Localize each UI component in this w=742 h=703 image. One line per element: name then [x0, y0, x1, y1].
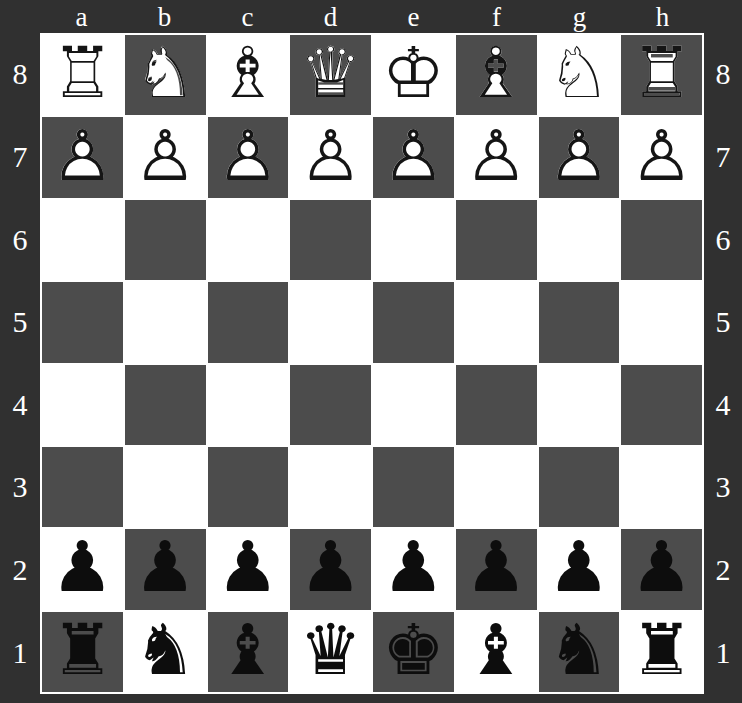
square-g6[interactable]: [539, 200, 620, 280]
square-e7[interactable]: ♟♙: [373, 117, 454, 197]
piece-white-knight: ♞♘: [539, 35, 620, 115]
square-e8[interactable]: ♚♔: [373, 35, 454, 115]
square-d5[interactable]: [290, 282, 371, 362]
square-e5[interactable]: [373, 282, 454, 362]
square-e6[interactable]: [373, 200, 454, 280]
piece-black-pawn: ♟: [125, 529, 206, 609]
piece-white-pawn: ♟♙: [290, 117, 371, 197]
piece-white-knight: ♞♘: [125, 35, 206, 115]
rank-label-left-2: 2: [0, 529, 40, 612]
square-d4[interactable]: [290, 365, 371, 445]
square-h3[interactable]: [621, 447, 702, 527]
square-a2[interactable]: ♟: [42, 529, 123, 609]
square-h4[interactable]: [621, 365, 702, 445]
file-label-e: e: [372, 0, 455, 33]
piece-black-bishop: ♝: [456, 612, 537, 692]
square-g8[interactable]: ♞♘: [539, 35, 620, 115]
chess-board: ♜♖♞♘♝♗♛♕♚♔♝♗♞♘♜♖♟♙♟♙♟♙♟♙♟♙♟♙♟♙♟♙♟♟♟♟♟♟♟♟…: [40, 33, 704, 694]
piece-black-pawn: ♟: [373, 529, 454, 609]
square-a4[interactable]: [42, 365, 123, 445]
piece-black-pawn: ♟: [208, 529, 289, 609]
piece-black-queen: ♛: [290, 612, 371, 692]
piece-white-queen: ♛♕: [290, 35, 371, 115]
piece-black-rook: ♜: [42, 612, 123, 692]
rank-label-right-5: 5: [704, 281, 742, 364]
file-label-c: c: [206, 0, 289, 33]
rank-label-right-6: 6: [704, 198, 742, 281]
rank-label-left-3: 3: [0, 446, 40, 529]
square-c6[interactable]: [208, 200, 289, 280]
piece-white-king: ♚♔: [373, 35, 454, 115]
square-f1[interactable]: ♝: [456, 612, 537, 692]
file-label-a: a: [40, 0, 123, 33]
square-a8[interactable]: ♜♖: [42, 35, 123, 115]
square-g4[interactable]: [539, 365, 620, 445]
square-b8[interactable]: ♞♘: [125, 35, 206, 115]
piece-black-knight: ♞: [539, 612, 620, 692]
file-label-d: d: [289, 0, 372, 33]
file-label-f: f: [455, 0, 538, 33]
piece-white-rook: ♜♖: [621, 35, 702, 115]
piece-white-bishop: ♝♗: [456, 35, 537, 115]
square-c1[interactable]: ♝: [208, 612, 289, 692]
square-b4[interactable]: [125, 365, 206, 445]
rank-label-left-8: 8: [0, 33, 40, 116]
square-d2[interactable]: ♟: [290, 529, 371, 609]
piece-black-pawn: ♟: [539, 529, 620, 609]
square-b1[interactable]: ♞: [125, 612, 206, 692]
square-h7[interactable]: ♟♙: [621, 117, 702, 197]
piece-black-king: ♚: [373, 612, 454, 692]
rank-labels-right: 8 7 6 5 4 3 2 1: [704, 33, 742, 694]
rank-label-right-2: 2: [704, 529, 742, 612]
square-e2[interactable]: ♟: [373, 529, 454, 609]
square-h1[interactable]: ♜: [621, 612, 702, 692]
square-h2[interactable]: ♟: [621, 529, 702, 609]
square-h6[interactable]: [621, 200, 702, 280]
square-g5[interactable]: [539, 282, 620, 362]
rank-label-right-8: 8: [704, 33, 742, 116]
rank-label-right-1: 1: [704, 611, 742, 694]
square-c5[interactable]: [208, 282, 289, 362]
rank-label-left-7: 7: [0, 116, 40, 199]
square-f7[interactable]: ♟♙: [456, 117, 537, 197]
square-d8[interactable]: ♛♕: [290, 35, 371, 115]
square-a6[interactable]: [42, 200, 123, 280]
piece-black-pawn: ♟: [290, 529, 371, 609]
square-b7[interactable]: ♟♙: [125, 117, 206, 197]
piece-white-pawn: ♟♙: [42, 117, 123, 197]
file-label-h: h: [621, 0, 704, 33]
square-f8[interactable]: ♝♗: [456, 35, 537, 115]
file-label-b: b: [123, 0, 206, 33]
piece-white-pawn: ♟♙: [539, 117, 620, 197]
square-c2[interactable]: ♟: [208, 529, 289, 609]
file-labels-top: a b c d e f g h: [40, 0, 704, 33]
piece-white-pawn: ♟♙: [125, 117, 206, 197]
square-a7[interactable]: ♟♙: [42, 117, 123, 197]
piece-black-pawn: ♟: [456, 529, 537, 609]
piece-white-pawn: ♟♙: [456, 117, 537, 197]
square-b6[interactable]: [125, 200, 206, 280]
square-a3[interactable]: [42, 447, 123, 527]
square-d6[interactable]: [290, 200, 371, 280]
rank-label-left-1: 1: [0, 611, 40, 694]
square-d3[interactable]: [290, 447, 371, 527]
square-a1[interactable]: ♜: [42, 612, 123, 692]
piece-white-rook: ♜♖: [42, 35, 123, 115]
piece-white-pawn: ♟♙: [621, 117, 702, 197]
square-e4[interactable]: [373, 365, 454, 445]
square-b3[interactable]: [125, 447, 206, 527]
rank-label-right-4: 4: [704, 364, 742, 447]
square-g3[interactable]: [539, 447, 620, 527]
piece-black-pawn: ♟: [621, 529, 702, 609]
square-c8[interactable]: ♝♗: [208, 35, 289, 115]
square-e1[interactable]: ♚: [373, 612, 454, 692]
square-g1[interactable]: ♞: [539, 612, 620, 692]
square-h8[interactable]: ♜♖: [621, 35, 702, 115]
piece-black-rook: ♜: [621, 612, 702, 692]
piece-white-pawn: ♟♙: [373, 117, 454, 197]
rank-label-right-7: 7: [704, 116, 742, 199]
square-f3[interactable]: [456, 447, 537, 527]
square-f6[interactable]: [456, 200, 537, 280]
square-f5[interactable]: [456, 282, 537, 362]
square-g2[interactable]: ♟: [539, 529, 620, 609]
piece-black-knight: ♞: [125, 612, 206, 692]
square-c7[interactable]: ♟♙: [208, 117, 289, 197]
piece-white-bishop: ♝♗: [208, 35, 289, 115]
square-g7[interactable]: ♟♙: [539, 117, 620, 197]
square-d1[interactable]: ♛: [290, 612, 371, 692]
square-a5[interactable]: [42, 282, 123, 362]
chess-board-frame: a b c d e f g h 8 7 6 5 4 3 2 1 8 7 6 5 …: [0, 0, 742, 703]
square-f2[interactable]: ♟: [456, 529, 537, 609]
piece-white-pawn: ♟♙: [208, 117, 289, 197]
square-d7[interactable]: ♟♙: [290, 117, 371, 197]
rank-labels-left: 8 7 6 5 4 3 2 1: [0, 33, 40, 694]
square-f4[interactable]: [456, 365, 537, 445]
square-b5[interactable]: [125, 282, 206, 362]
piece-black-bishop: ♝: [208, 612, 289, 692]
rank-label-left-5: 5: [0, 281, 40, 364]
square-h5[interactable]: [621, 282, 702, 362]
rank-label-left-6: 6: [0, 198, 40, 281]
square-b2[interactable]: ♟: [125, 529, 206, 609]
file-label-g: g: [538, 0, 621, 33]
square-e3[interactable]: [373, 447, 454, 527]
square-c4[interactable]: [208, 365, 289, 445]
square-c3[interactable]: [208, 447, 289, 527]
rank-label-right-3: 3: [704, 446, 742, 529]
piece-black-pawn: ♟: [42, 529, 123, 609]
rank-label-left-4: 4: [0, 364, 40, 447]
